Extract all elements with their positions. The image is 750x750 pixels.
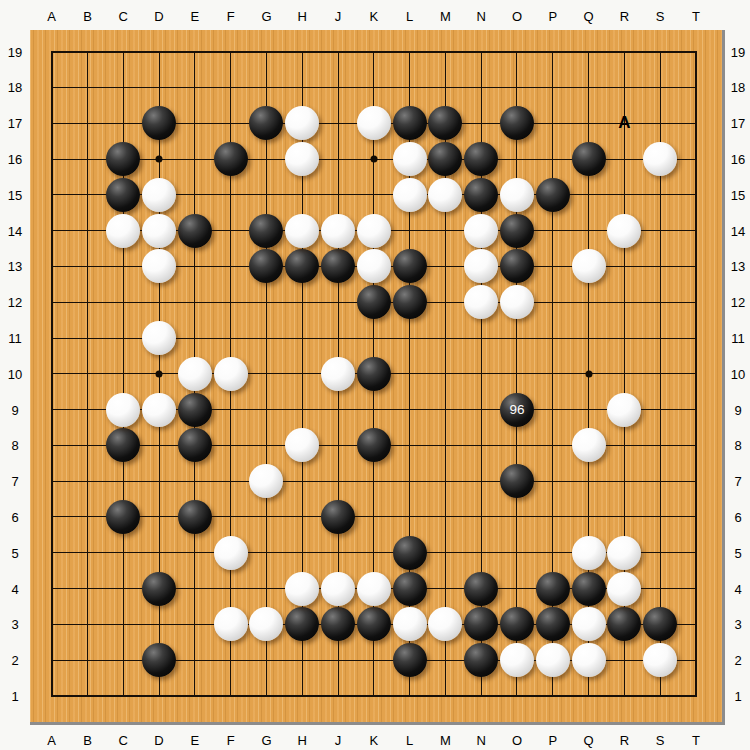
coord-left-9: 9 xyxy=(11,403,18,416)
stone-black-n2 xyxy=(464,643,498,677)
stone-black-o3 xyxy=(500,607,534,641)
coord-right-4: 4 xyxy=(734,582,741,595)
stone-white-d14 xyxy=(142,214,176,248)
coord-top-d: D xyxy=(154,10,163,23)
move-number-label: 96 xyxy=(509,403,524,417)
coord-top-k: K xyxy=(369,10,378,23)
coord-right-16: 16 xyxy=(731,153,745,166)
stone-white-c14 xyxy=(106,214,140,248)
stone-black-o9: 96 xyxy=(500,393,534,427)
coord-left-2: 2 xyxy=(11,654,18,667)
stone-black-q4 xyxy=(572,572,606,606)
stone-black-r3 xyxy=(607,607,641,641)
coord-right-11: 11 xyxy=(731,332,745,345)
stone-white-h8 xyxy=(285,428,319,462)
coord-left-10: 10 xyxy=(8,367,22,380)
stone-black-e6 xyxy=(178,500,212,534)
stone-black-h13 xyxy=(285,249,319,283)
stone-black-c16 xyxy=(106,142,140,176)
coord-right-9: 9 xyxy=(734,403,741,416)
stone-white-q3 xyxy=(572,607,606,641)
coord-right-18: 18 xyxy=(731,81,745,94)
grid-line xyxy=(516,52,517,696)
stone-white-k13 xyxy=(357,249,391,283)
coord-left-12: 12 xyxy=(8,296,22,309)
stone-white-f10 xyxy=(214,357,248,391)
coord-top-h: H xyxy=(298,10,307,23)
grid-line xyxy=(52,481,696,482)
coord-top-q: Q xyxy=(583,10,593,23)
coord-left-15: 15 xyxy=(8,188,22,201)
stone-black-j13 xyxy=(321,249,355,283)
stone-white-j14 xyxy=(321,214,355,248)
stone-white-j10 xyxy=(321,357,355,391)
stone-white-n14 xyxy=(464,214,498,248)
page-background: { "game": "go", "board": { "size": 19, "… xyxy=(0,0,750,750)
stone-black-f16 xyxy=(214,142,248,176)
stone-white-q13 xyxy=(572,249,606,283)
stone-white-g3 xyxy=(249,607,283,641)
coord-right-12: 12 xyxy=(731,296,745,309)
coord-top-p: P xyxy=(548,10,557,23)
coord-bottom-r: R xyxy=(620,734,629,747)
coord-bottom-d: D xyxy=(154,734,163,747)
stone-white-c9 xyxy=(106,393,140,427)
coord-top-c: C xyxy=(119,10,128,23)
stone-black-s3 xyxy=(643,607,677,641)
stone-black-d2 xyxy=(142,643,176,677)
coord-top-o: O xyxy=(512,10,522,23)
stone-black-k12 xyxy=(357,285,391,319)
stone-black-k10 xyxy=(357,357,391,391)
coord-bottom-t: T xyxy=(692,734,700,747)
stone-black-o14 xyxy=(500,214,534,248)
grid-line xyxy=(52,516,696,517)
coord-left-16: 16 xyxy=(8,153,22,166)
coord-bottom-f: F xyxy=(227,734,235,747)
stone-white-f3 xyxy=(214,607,248,641)
star-point-d10 xyxy=(156,370,163,377)
stone-black-o7 xyxy=(500,464,534,498)
coord-bottom-j: J xyxy=(335,734,342,747)
stone-white-p2 xyxy=(536,643,570,677)
coord-left-5: 5 xyxy=(11,546,18,559)
stone-white-o15 xyxy=(500,178,534,212)
coord-left-11: 11 xyxy=(8,332,22,345)
stone-white-k17 xyxy=(357,106,391,140)
coord-left-4: 4 xyxy=(11,582,18,595)
coord-bottom-a: A xyxy=(47,734,56,747)
stone-black-c6 xyxy=(106,500,140,534)
stone-white-q8 xyxy=(572,428,606,462)
stone-black-l13 xyxy=(393,249,427,283)
stone-black-e14 xyxy=(178,214,212,248)
coord-right-5: 5 xyxy=(734,546,741,559)
coord-right-15: 15 xyxy=(731,188,745,201)
stone-black-n3 xyxy=(464,607,498,641)
stone-white-d15 xyxy=(142,178,176,212)
stone-white-h4 xyxy=(285,572,319,606)
coord-right-6: 6 xyxy=(734,510,741,523)
stone-black-g14 xyxy=(249,214,283,248)
stone-black-q16 xyxy=(572,142,606,176)
stone-white-d9 xyxy=(142,393,176,427)
stone-black-n16 xyxy=(464,142,498,176)
coord-top-s: S xyxy=(656,10,665,23)
coord-bottom-c: C xyxy=(119,734,128,747)
stone-black-o17 xyxy=(500,106,534,140)
stone-black-g17 xyxy=(249,106,283,140)
stone-white-h17 xyxy=(285,106,319,140)
stone-white-o2 xyxy=(500,643,534,677)
coord-left-8: 8 xyxy=(11,439,18,452)
stone-black-m17 xyxy=(428,106,462,140)
coord-top-l: L xyxy=(406,10,413,23)
stone-white-s16 xyxy=(643,142,677,176)
stone-black-d17 xyxy=(142,106,176,140)
coord-right-3: 3 xyxy=(734,618,741,631)
stone-black-d4 xyxy=(142,572,176,606)
star-point-k16 xyxy=(370,156,377,163)
coord-bottom-p: P xyxy=(548,734,557,747)
stone-white-k14 xyxy=(357,214,391,248)
stone-white-l15 xyxy=(393,178,427,212)
stone-black-l12 xyxy=(393,285,427,319)
coord-right-1: 1 xyxy=(734,689,741,702)
coord-bottom-b: B xyxy=(83,734,92,747)
coord-right-17: 17 xyxy=(731,117,745,130)
coord-top-m: M xyxy=(440,10,451,23)
coord-top-j: J xyxy=(335,10,342,23)
stone-black-j6 xyxy=(321,500,355,534)
stone-white-r9 xyxy=(607,393,641,427)
stone-white-h14 xyxy=(285,214,319,248)
annotation-letter-a: A xyxy=(618,113,630,133)
coord-left-17: 17 xyxy=(8,117,22,130)
stone-black-p15 xyxy=(536,178,570,212)
coord-right-2: 2 xyxy=(734,654,741,667)
coord-left-3: 3 xyxy=(11,618,18,631)
coord-bottom-q: Q xyxy=(583,734,593,747)
star-point-d16 xyxy=(156,156,163,163)
stone-white-d13 xyxy=(142,249,176,283)
go-board[interactable]: 96A xyxy=(30,30,725,725)
coord-bottom-k: K xyxy=(369,734,378,747)
stone-white-d11 xyxy=(142,321,176,355)
stone-white-f5 xyxy=(214,536,248,570)
coord-left-1: 1 xyxy=(11,689,18,702)
stone-black-e8 xyxy=(178,428,212,462)
coord-right-10: 10 xyxy=(731,367,745,380)
stone-white-o12 xyxy=(500,285,534,319)
stone-white-r4 xyxy=(607,572,641,606)
stone-black-n4 xyxy=(464,572,498,606)
stone-black-n15 xyxy=(464,178,498,212)
stone-black-c15 xyxy=(106,178,140,212)
coord-bottom-o: O xyxy=(512,734,522,747)
stone-white-l3 xyxy=(393,607,427,641)
coord-right-8: 8 xyxy=(734,439,741,452)
stone-white-e10 xyxy=(178,357,212,391)
coord-bottom-n: N xyxy=(476,734,485,747)
stone-white-h16 xyxy=(285,142,319,176)
stone-white-j4 xyxy=(321,572,355,606)
coord-bottom-g: G xyxy=(261,734,271,747)
stone-black-l2 xyxy=(393,643,427,677)
star-point-q10 xyxy=(585,370,592,377)
stone-black-l5 xyxy=(393,536,427,570)
stone-black-e9 xyxy=(178,393,212,427)
stone-white-n13 xyxy=(464,249,498,283)
stone-white-n12 xyxy=(464,285,498,319)
stone-black-k3 xyxy=(357,607,391,641)
coord-top-a: A xyxy=(47,10,56,23)
stone-white-g7 xyxy=(249,464,283,498)
stone-white-q5 xyxy=(572,536,606,570)
stone-black-o13 xyxy=(500,249,534,283)
stone-black-p4 xyxy=(536,572,570,606)
coord-left-14: 14 xyxy=(8,224,22,237)
coord-bottom-l: L xyxy=(406,734,413,747)
stone-black-p3 xyxy=(536,607,570,641)
coord-left-6: 6 xyxy=(11,510,18,523)
coord-bottom-h: H xyxy=(298,734,307,747)
coord-right-19: 19 xyxy=(731,45,745,58)
stone-white-s2 xyxy=(643,643,677,677)
coord-left-13: 13 xyxy=(8,260,22,273)
stone-white-m15 xyxy=(428,178,462,212)
stone-black-k8 xyxy=(357,428,391,462)
coord-right-13: 13 xyxy=(731,260,745,273)
coord-bottom-m: M xyxy=(440,734,451,747)
stone-black-c8 xyxy=(106,428,140,462)
stone-white-r5 xyxy=(607,536,641,570)
coord-right-7: 7 xyxy=(734,475,741,488)
stone-black-j3 xyxy=(321,607,355,641)
coord-bottom-e: E xyxy=(191,734,200,747)
coord-top-e: E xyxy=(191,10,200,23)
coord-left-7: 7 xyxy=(11,475,18,488)
stone-black-g13 xyxy=(249,249,283,283)
stone-black-m16 xyxy=(428,142,462,176)
coord-top-t: T xyxy=(692,10,700,23)
coord-top-f: F xyxy=(227,10,235,23)
stone-white-l16 xyxy=(393,142,427,176)
coord-right-14: 14 xyxy=(731,224,745,237)
coord-top-b: B xyxy=(83,10,92,23)
stone-white-r14 xyxy=(607,214,641,248)
stone-black-l17 xyxy=(393,106,427,140)
stone-black-l4 xyxy=(393,572,427,606)
stone-white-q2 xyxy=(572,643,606,677)
stone-white-k4 xyxy=(357,572,391,606)
stone-black-h3 xyxy=(285,607,319,641)
coord-left-18: 18 xyxy=(8,81,22,94)
coord-top-r: R xyxy=(620,10,629,23)
coord-top-g: G xyxy=(261,10,271,23)
coord-top-n: N xyxy=(476,10,485,23)
coord-left-19: 19 xyxy=(8,45,22,58)
coord-bottom-s: S xyxy=(656,734,665,747)
stone-white-m3 xyxy=(428,607,462,641)
